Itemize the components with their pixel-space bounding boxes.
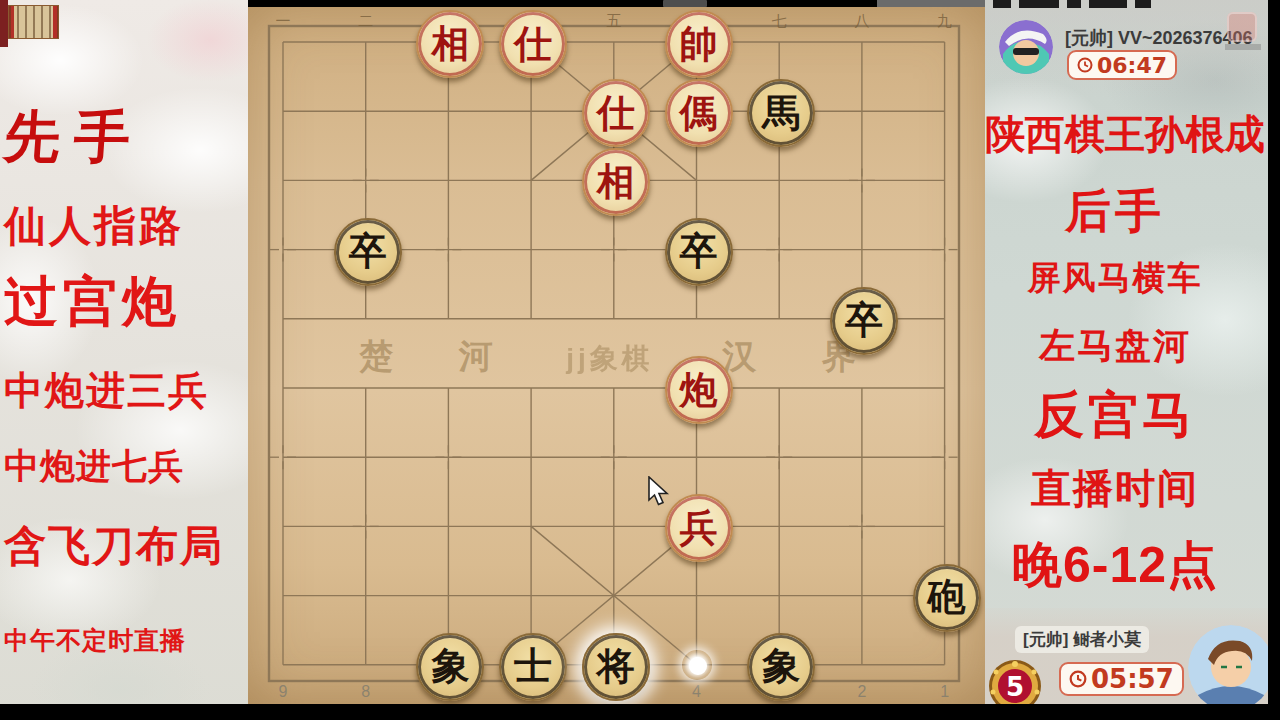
clock-icon [1069,670,1087,688]
top-coord-8: 八 [854,12,869,31]
corner-red-strip [0,0,8,47]
piece-red-仕-r0c3[interactable]: 仕 [499,10,567,78]
piece-red-炮-r5c5[interactable]: 炮 [665,356,733,424]
left-commentary-panel: 先手仙人指路过宫炮中炮进三兵中炮进七兵含飞刀布局中午不定时直播 [0,0,248,720]
top-player-avatar [999,20,1053,74]
river-text-chuhe: 楚 河 [359,334,520,380]
cut-off-text-fragment [1135,0,1151,8]
bottom-player-timer: 05:57 [1059,662,1184,696]
piece-red-兵-r7c5[interactable]: 兵 [665,494,733,562]
mouse-cursor [648,476,672,512]
piece-black-将-r9c4[interactable]: 将 [582,633,650,701]
top-window-edge [877,0,985,7]
bottom-coord-4: 4 [692,683,701,701]
left-panel-line-5: 中炮进七兵 [4,447,184,486]
right-panel-line-1: 陕西棋王孙根成 [985,112,1265,156]
right-letterbox-bar [1268,0,1280,720]
piece-black-卒-r4c7[interactable]: 卒 [830,287,898,355]
right-panel-line-2: 后手 [985,186,1245,237]
bottom-player-name: [元帅] 鲥者小莫 [1015,626,1149,653]
piece-black-砲-r8c8[interactable]: 砲 [913,564,981,632]
bottom-letterbox-bar [0,704,1280,720]
right-panel-line-7: 晚6-12点 [985,538,1245,593]
cut-off-text-fragment [1089,0,1127,8]
bottom-player-avatar [1188,625,1274,711]
piece-red-相-r0c2[interactable]: 相 [416,10,484,78]
piece-red-帥-r0c5[interactable]: 帥 [665,10,733,78]
streak-value-text: 5 [1006,672,1024,702]
bottom-coord-9: 9 [279,683,288,701]
cut-off-text-fragment [993,0,1011,8]
bottom-coord-1: 1 [940,683,949,701]
bottom-player-time: 05:57 [1091,664,1174,694]
top-letterbox-bar [248,0,985,7]
left-panel-line-2: 仙人指路 [4,203,184,249]
piece-red-相-r2c4[interactable]: 相 [582,148,650,216]
piece-black-卒-r3c1[interactable]: 卒 [334,218,402,286]
right-info-panel: [元帅] VV~2026376406 06:47 陕西棋王孙根成后手屏风马横车左… [985,0,1268,720]
top-player-timer: 06:47 [1067,50,1177,80]
top-coord-9: 九 [937,12,952,31]
top-coord-7: 七 [772,12,787,31]
piece-black-馬-r1c6[interactable]: 馬 [747,79,815,147]
piece-black-象-r9c2[interactable]: 象 [416,633,484,701]
right-panel-line-3: 屏风马横车 [985,260,1245,296]
left-panel-line-7: 中午不定时直播 [4,627,186,655]
piece-black-卒-r3c5[interactable]: 卒 [665,218,733,286]
piece-black-士-r9c3[interactable]: 士 [499,633,567,701]
platform-watermark-icon [1227,12,1257,42]
bottom-coord-2: 2 [857,683,866,701]
cut-off-title-text [663,0,707,7]
top-coord-1: 一 [276,12,291,31]
bottom-coord-8: 8 [361,683,370,701]
left-panel-line-6: 含飞刀布局 [4,523,224,569]
river-watermark-jj-xiangqi: jj象棋 [566,340,654,378]
last-move-origin-marker [682,650,712,680]
left-panel-line-4: 中炮进三兵 [4,370,209,413]
cut-off-text-fragment [1067,0,1081,8]
right-panel-line-5: 反宫马 [985,388,1245,443]
top-player-time: 06:47 [1097,53,1167,78]
piece-red-傌-r1c5[interactable]: 傌 [665,79,733,147]
top-coord-5: 五 [606,12,621,31]
clock-icon [1077,57,1093,73]
stream-screen: 先手仙人指路过宫炮中炮进三兵中炮进七兵含飞刀布局中午不定时直播 一二三四五六七八… [0,0,1280,720]
top-coord-2: 二 [358,12,373,31]
left-panel-line-1: 先手 [2,106,146,168]
right-panel-line-4: 左马盘河 [985,326,1245,366]
xiangqi-board[interactable]: 一二三四五六七八九 987654321 楚 河 jj象棋 汉 界 相仕帥仕傌馬相… [248,7,985,704]
platform-watermark-number [1225,44,1261,50]
mini-board-thumbnail [8,5,59,39]
cut-off-text-fragment [1019,0,1059,8]
piece-black-象-r9c6[interactable]: 象 [747,633,815,701]
piece-red-仕-r1c4[interactable]: 仕 [582,79,650,147]
right-panel-line-6: 直播时间 [985,466,1245,510]
left-panel-line-3: 过宫炮 [4,272,181,331]
